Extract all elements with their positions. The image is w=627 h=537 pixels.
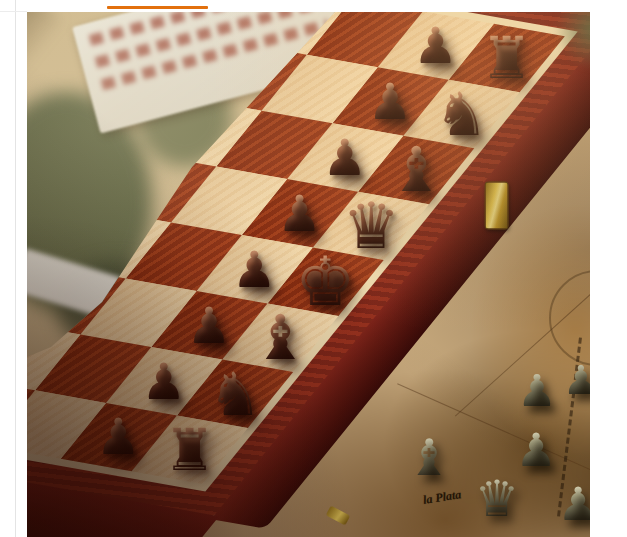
copper-piece-P-b2: ♟ bbox=[368, 76, 413, 126]
panel-divider bbox=[15, 0, 16, 537]
accent-underline bbox=[107, 6, 208, 9]
silver-piece-P-1: ♟ bbox=[517, 369, 556, 413]
chess-set-photo[interactable]: la Plata ♜♞♝♛♚♝♞♜♟♟♟♟♟♟♟♟ ♟♟♟♝♛♟ bbox=[27, 12, 590, 537]
copper-piece-P-c2: ♟ bbox=[323, 132, 368, 182]
copper-piece-P-h2: ♟ bbox=[96, 412, 141, 462]
copper-piece-P-f2: ♟ bbox=[187, 300, 232, 350]
copper-piece-P-g2: ♟ bbox=[142, 356, 187, 406]
page-root: { "game": "chess", "scene": { "descripti… bbox=[0, 0, 627, 537]
silver-piece-P-3: ♟ bbox=[515, 427, 556, 473]
copper-piece-R-h1: ♜ bbox=[164, 421, 216, 479]
brass-hinge bbox=[485, 181, 509, 229]
silver-piece-P-2: ♟ bbox=[563, 360, 590, 400]
copper-piece-P-a2: ♟ bbox=[413, 21, 458, 71]
copper-piece-P-d2: ♟ bbox=[278, 188, 323, 238]
silver-piece-P-6: ♟ bbox=[557, 481, 590, 527]
silver-piece-B-4: ♝ bbox=[407, 433, 452, 483]
chrome-horizontal-line bbox=[0, 11, 27, 12]
silver-piece-Q-5: ♛ bbox=[475, 474, 520, 524]
map-landmass-corner bbox=[555, 12, 590, 70]
copper-piece-N-g1: ♞ bbox=[208, 364, 262, 424]
copper-piece-P-e2: ♟ bbox=[232, 244, 277, 294]
